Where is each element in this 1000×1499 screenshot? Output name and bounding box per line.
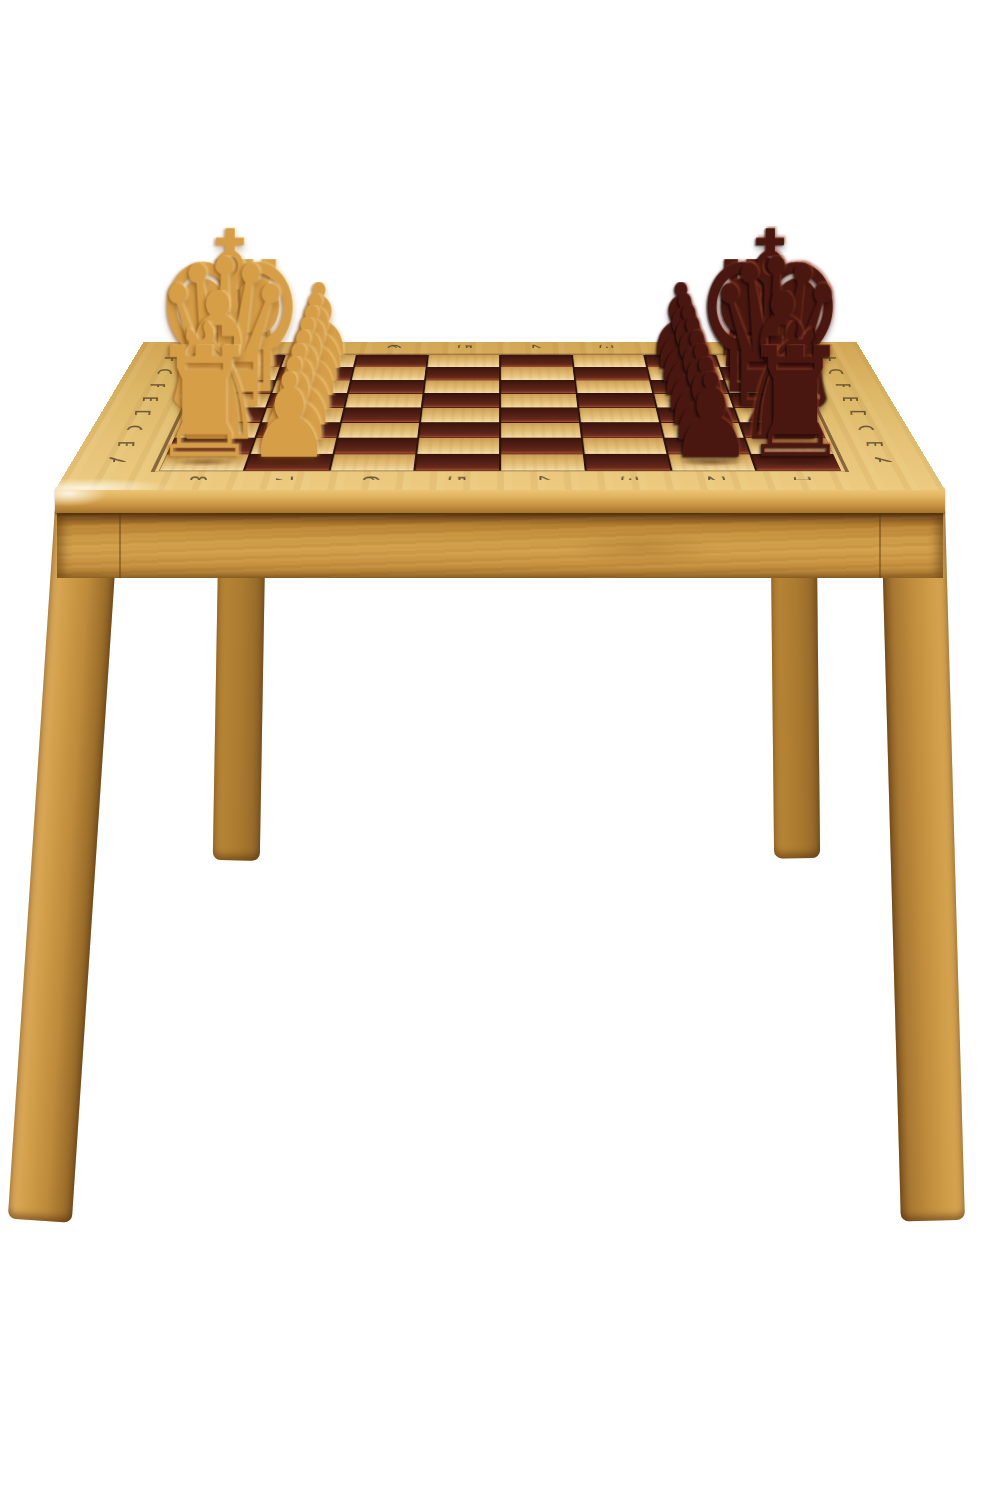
coord-rank-5-back: 5	[454, 344, 475, 352]
table-leg-back-left	[213, 560, 265, 861]
coord-file-a-right: A	[870, 457, 896, 468]
dark-rook-a1: ♜	[741, 344, 850, 463]
coord-rank-6-back: 6	[383, 344, 404, 352]
coord-rank-4-back: 4	[525, 344, 546, 352]
table-apron	[57, 513, 943, 578]
coord-file-c-right: C	[853, 425, 878, 435]
coord-file-b-right: B	[862, 440, 888, 451]
chess-table-photo: ♜♟♟♜♞♟♟♞♝♟♟♝♚♟♟♚♛♟♟♛♝♟♟♝♞♟♟♞♜♟♟♜ 8877665…	[0, 0, 1000, 1499]
coord-rank-8-front: 8	[184, 475, 211, 485]
light-rook-a8: ♜	[150, 344, 259, 463]
coord-rank-3-back: 3	[596, 344, 617, 352]
chess-board: ♜♟♟♜♞♟♟♞♝♟♟♝♚♟♟♚♛♟♟♛♝♟♟♝♞♟♟♞♜♟♟♜ 8877665…	[55, 342, 945, 490]
coord-rank-1-front: 1	[789, 475, 816, 485]
coord-rank-6-front: 6	[357, 475, 383, 485]
table-leg-back-right	[771, 560, 820, 858]
coord-file-c-left: C	[122, 425, 147, 435]
coord-rank-5-front: 5	[444, 475, 470, 485]
coord-rank-3-front: 3	[617, 475, 643, 485]
coord-file-b-left: B	[113, 440, 139, 451]
coord-rank-4-front: 4	[530, 475, 556, 485]
table-leg-front-left	[8, 508, 119, 1223]
coord-file-a-left: A	[104, 457, 130, 468]
apron-leg-seam-left	[119, 513, 121, 578]
coord-rank-7-front: 7	[271, 475, 297, 485]
coord-rank-2-front: 2	[703, 475, 729, 485]
light-pawn-a7: ♟	[247, 371, 331, 463]
table-leg-front-right	[881, 508, 965, 1222]
apron-leg-seam-right	[879, 513, 881, 578]
